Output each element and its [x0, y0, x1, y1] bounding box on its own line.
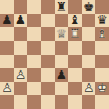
square-c2[interactable] [27, 82, 41, 96]
square-g4[interactable] [82, 55, 96, 69]
piece-outline: ♗ [95, 27, 109, 41]
square-a7[interactable]: ♟ [0, 14, 14, 28]
piece-outline: ♙ [0, 82, 14, 96]
piece-black-pawn[interactable]: ♟ [14, 14, 28, 28]
square-a3[interactable] [0, 68, 14, 82]
square-g8[interactable]: ♚ [82, 0, 96, 14]
square-a8[interactable] [0, 0, 14, 14]
square-e6[interactable]: ♛♕ [55, 27, 69, 41]
square-g2[interactable]: ♟♙ [82, 82, 96, 96]
piece-outline: ♔ [95, 82, 109, 96]
square-h6[interactable]: ♝♗ [95, 27, 109, 41]
square-c4[interactable] [27, 55, 41, 69]
piece-outline: ♖ [68, 27, 82, 41]
square-h4[interactable] [95, 55, 109, 69]
square-c1[interactable] [27, 95, 41, 109]
square-e1[interactable] [55, 95, 69, 109]
square-h1[interactable] [95, 95, 109, 109]
square-b5[interactable] [14, 41, 28, 55]
square-b8[interactable] [14, 0, 28, 14]
square-f6[interactable]: ♜♖ [68, 27, 82, 41]
square-e3[interactable]: ♟ [55, 68, 69, 82]
square-g3[interactable] [82, 68, 96, 82]
square-b1[interactable] [14, 95, 28, 109]
square-h5[interactable] [95, 41, 109, 55]
square-d8[interactable] [41, 0, 55, 14]
square-a2[interactable]: ♟♙ [0, 82, 14, 96]
piece-white-bishop[interactable]: ♝♗ [95, 27, 109, 41]
square-a5[interactable] [0, 41, 14, 55]
square-a1[interactable] [0, 95, 14, 109]
square-e7[interactable] [55, 14, 69, 28]
piece-black-bishop[interactable]: ♝ [68, 14, 82, 28]
square-b4[interactable] [14, 55, 28, 69]
piece-white-king[interactable]: ♚♔ [95, 82, 109, 96]
square-e4[interactable] [55, 55, 69, 69]
square-e5[interactable] [55, 41, 69, 55]
square-h7[interactable]: ♛ [95, 14, 109, 28]
square-d3[interactable] [41, 68, 55, 82]
square-b6[interactable] [14, 27, 28, 41]
square-c5[interactable] [27, 41, 41, 55]
square-h2[interactable]: ♚♔ [95, 82, 109, 96]
square-c8[interactable] [27, 0, 41, 14]
square-e2[interactable] [55, 82, 69, 96]
square-g5[interactable] [82, 41, 96, 55]
piece-black-king[interactable]: ♚ [82, 0, 96, 14]
chess-board: ♜♚♟♟♝♛♛♕♜♖♝♗♟♙♟♟♙♟♙♚♔ [0, 0, 109, 109]
piece-white-pawn[interactable]: ♟♙ [14, 68, 28, 82]
square-b2[interactable] [14, 82, 28, 96]
piece-black-pawn[interactable]: ♟ [0, 14, 14, 28]
square-d5[interactable] [41, 41, 55, 55]
square-a4[interactable] [0, 55, 14, 69]
square-d2[interactable] [41, 82, 55, 96]
piece-white-pawn[interactable]: ♟♙ [82, 82, 96, 96]
square-h3[interactable] [95, 68, 109, 82]
square-c7[interactable] [27, 14, 41, 28]
square-d4[interactable] [41, 55, 55, 69]
piece-outline: ♙ [82, 82, 96, 96]
square-f1[interactable] [68, 95, 82, 109]
square-h8[interactable] [95, 0, 109, 14]
square-f7[interactable]: ♝ [68, 14, 82, 28]
square-e8[interactable]: ♜ [55, 0, 69, 14]
piece-white-queen[interactable]: ♛♕ [55, 27, 69, 41]
square-g7[interactable] [82, 14, 96, 28]
piece-black-queen[interactable]: ♛ [95, 14, 109, 28]
square-b7[interactable]: ♟ [14, 14, 28, 28]
piece-outline: ♕ [55, 27, 69, 41]
square-d7[interactable] [41, 14, 55, 28]
piece-black-rook[interactable]: ♜ [55, 0, 69, 14]
square-c6[interactable] [27, 27, 41, 41]
square-d1[interactable] [41, 95, 55, 109]
piece-outline: ♙ [14, 68, 28, 82]
square-b3[interactable]: ♟♙ [14, 68, 28, 82]
square-d6[interactable] [41, 27, 55, 41]
piece-black-pawn[interactable]: ♟ [55, 68, 69, 82]
square-f4[interactable] [68, 55, 82, 69]
square-a6[interactable] [0, 27, 14, 41]
square-g1[interactable] [82, 95, 96, 109]
square-c3[interactable] [27, 68, 41, 82]
square-f5[interactable] [68, 41, 82, 55]
piece-white-pawn[interactable]: ♟♙ [0, 82, 14, 96]
square-f2[interactable] [68, 82, 82, 96]
square-f8[interactable] [68, 0, 82, 14]
piece-white-rook[interactable]: ♜♖ [68, 27, 82, 41]
square-g6[interactable] [82, 27, 96, 41]
square-f3[interactable] [68, 68, 82, 82]
